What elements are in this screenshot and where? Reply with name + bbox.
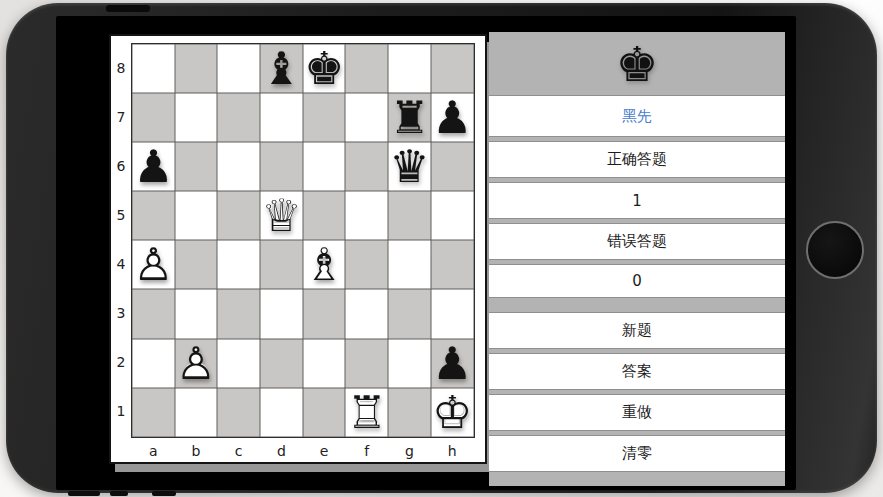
square-b2[interactable]: ♟♙ [175,339,218,388]
file-labels-spacer [111,439,132,464]
piece-black-queen: ♛ [388,142,431,191]
square-e2[interactable] [303,339,346,388]
square-g6[interactable]: ♛ [388,142,431,191]
square-h7[interactable]: ♟ [431,93,474,142]
control-panel: ♚ 黑先 正确答题 1 错误答题 0 新题 答案 重做 清零 [489,32,785,486]
piece-black-bishop: ♝ [260,44,303,93]
rank-label-3: 3 [111,288,131,337]
redo-button[interactable]: 重做 [489,394,785,431]
square-b6[interactable] [175,142,218,191]
square-e7[interactable] [303,93,346,142]
square-g5[interactable] [388,191,431,240]
piece-white-bishop: ♝♗ [303,240,346,289]
home-button-icon [806,221,864,279]
square-a3[interactable] [132,289,175,338]
square-e4[interactable]: ♝♗ [303,240,346,289]
square-c5[interactable] [217,191,260,240]
square-a4[interactable]: ♟♙ [132,240,175,289]
square-h5[interactable] [431,191,474,240]
square-c3[interactable] [217,289,260,338]
piece-black-pawn: ♟ [431,93,474,142]
piece-black-king: ♚ [303,44,346,93]
black-king-icon: ♚ [615,40,658,88]
square-c2[interactable] [217,339,260,388]
square-g1[interactable] [388,388,431,437]
rank-label-1: 1 [111,387,131,436]
square-a5[interactable] [132,191,175,240]
chess-board: ♝♚♜♟♟♛♛♕♟♙♝♗♟♙♟♜♖♚♔ [131,43,475,438]
file-label-b: b [175,439,218,464]
square-d3[interactable] [260,289,303,338]
piece-black-pawn: ♟ [431,339,474,388]
file-label-e: e [303,439,346,464]
square-c4[interactable] [217,240,260,289]
square-d6[interactable] [260,142,303,191]
file-label-c: c [217,439,260,464]
square-b8[interactable] [175,44,218,93]
rank-label-5: 5 [111,190,131,239]
square-h1[interactable]: ♚♔ [431,388,474,437]
rank-label-2: 2 [111,338,131,387]
square-h2[interactable]: ♟ [431,339,474,388]
square-h8[interactable] [431,44,474,93]
square-d5[interactable]: ♛♕ [260,191,303,240]
square-f4[interactable] [345,240,388,289]
file-label-a: a [132,439,175,464]
file-label-g: g [388,439,431,464]
phone-bottom-slot [110,491,128,496]
phone-bottom-slot [68,491,100,496]
square-g8[interactable] [388,44,431,93]
square-b7[interactable] [175,93,218,142]
rank-labels-column: 87654321 [111,43,131,438]
square-e5[interactable] [303,191,346,240]
square-d7[interactable] [260,93,303,142]
piece-white-pawn: ♟♙ [175,339,218,388]
square-b4[interactable] [175,240,218,289]
wrong-answers-label: 错误答题 [489,223,785,260]
square-e8[interactable]: ♚ [303,44,346,93]
square-f6[interactable] [345,142,388,191]
square-g7[interactable]: ♜ [388,93,431,142]
wrong-answers-count: 0 [489,264,785,298]
panel-header: ♚ [489,32,785,95]
correct-answers-count: 1 [489,182,785,219]
rank-label-4: 4 [111,239,131,288]
square-d8[interactable]: ♝ [260,44,303,93]
chess-board-frame: 87654321 ♝♚♜♟♟♛♛♕♟♙♝♗♟♙♟♜♖♚♔ abcdefgh [109,34,487,464]
square-b5[interactable] [175,191,218,240]
square-d1[interactable] [260,388,303,437]
square-g4[interactable] [388,240,431,289]
square-a6[interactable]: ♟ [132,142,175,191]
file-labels-row: abcdefgh [111,439,485,464]
piece-white-queen: ♛♕ [260,191,303,240]
square-d4[interactable] [260,240,303,289]
square-f1[interactable]: ♜♖ [345,388,388,437]
square-a1[interactable] [132,388,175,437]
square-g3[interactable] [388,289,431,338]
square-f3[interactable] [345,289,388,338]
new-puzzle-button[interactable]: 新题 [489,312,785,349]
phone-bottom-slot [152,491,176,496]
file-label-d: d [260,439,303,464]
piece-black-rook: ♜ [388,93,431,142]
rank-label-7: 7 [111,92,131,141]
square-a2[interactable] [132,339,175,388]
square-c6[interactable] [217,142,260,191]
reset-button[interactable]: 清零 [489,435,785,472]
square-c8[interactable] [217,44,260,93]
square-h3[interactable] [431,289,474,338]
piece-white-king: ♚♔ [431,388,474,437]
piece-white-rook: ♜♖ [345,388,388,437]
screenshot-stage: 87654321 ♝♚♜♟♟♛♛♕♟♙♝♗♟♙♟♜♖♚♔ abcdefgh ♚ … [0,0,883,497]
square-f5[interactable] [345,191,388,240]
square-f8[interactable] [345,44,388,93]
rank-label-6: 6 [111,141,131,190]
file-label-h: h [431,439,474,464]
square-b3[interactable] [175,289,218,338]
square-e1[interactable] [303,388,346,437]
square-e3[interactable] [303,289,346,338]
square-a7[interactable] [132,93,175,142]
piece-black-pawn: ♟ [132,142,175,191]
phone-top-switch [106,5,150,12]
square-e6[interactable] [303,142,346,191]
square-c7[interactable] [217,93,260,142]
phone-screen: 87654321 ♝♚♜♟♟♛♛♕♟♙♝♗♟♙♟♜♖♚♔ abcdefgh ♚ … [56,16,796,490]
answer-button[interactable]: 答案 [489,353,785,390]
phone-body: 87654321 ♝♚♜♟♟♛♛♕♟♙♝♗♟♙♟♜♖♚♔ abcdefgh ♚ … [6,3,877,493]
square-f7[interactable] [345,93,388,142]
square-a8[interactable] [132,44,175,93]
square-c1[interactable] [217,388,260,437]
square-b1[interactable] [175,388,218,437]
square-f2[interactable] [345,339,388,388]
square-d2[interactable] [260,339,303,388]
side-to-move-label: 黑先 [489,95,785,137]
file-label-f: f [345,439,388,464]
square-h6[interactable] [431,142,474,191]
rank-label-8: 8 [111,43,131,92]
square-h4[interactable] [431,240,474,289]
square-g2[interactable] [388,339,431,388]
piece-white-pawn: ♟♙ [132,240,175,289]
correct-answers-label: 正确答题 [489,141,785,178]
